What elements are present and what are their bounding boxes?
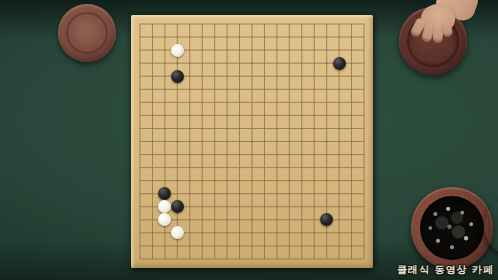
board-grid: [131, 15, 373, 268]
video-frame: 클래식 동영상 카페: [0, 0, 498, 280]
go-board: [131, 15, 373, 268]
black-stone: [171, 70, 184, 83]
black-stone-bowl: [411, 187, 493, 269]
black-stone: [333, 57, 346, 70]
white-stone: [171, 44, 184, 57]
player-hand: [407, 0, 483, 66]
black-stones-in-bowl: [420, 196, 484, 260]
go-bowl-lid: [58, 4, 116, 62]
watermark-text: 클래식 동영상 카페: [397, 263, 494, 277]
go-bowl-lid-face: [66, 12, 108, 54]
